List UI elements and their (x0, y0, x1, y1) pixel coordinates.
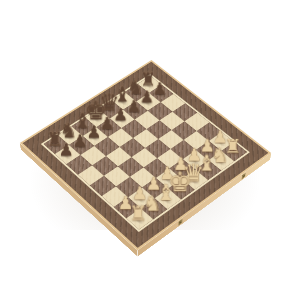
square-e5[interactable] (120, 138, 145, 157)
white-rook-glyph: ♜ (121, 204, 155, 224)
product-photo: ♜♟♟♜♞♟♟♞♝♟♟♝♛♟♟♛♚♟♟♚♝♟♟♝♞♟♟♞♜♟♟♜ (0, 0, 300, 300)
square-h7[interactable]: ♟ (55, 145, 80, 164)
square-h1[interactable]: ♜ (126, 208, 153, 229)
scene: ♜♟♟♜♞♟♟♞♝♟♟♝♛♟♟♛♚♟♟♚♝♟♟♝♞♟♟♞♜♟♟♜ (0, 0, 300, 300)
